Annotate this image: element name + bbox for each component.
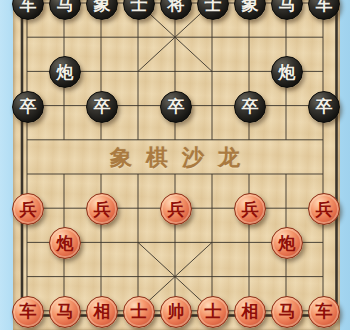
piece-black-soldier[interactable]: 卒 xyxy=(160,91,192,123)
piece-black-elephant[interactable]: 象 xyxy=(234,0,266,20)
piece-red-horse[interactable]: 马 xyxy=(49,296,81,328)
piece-black-elephant[interactable]: 象 xyxy=(86,0,118,20)
piece-red-general[interactable]: 帅 xyxy=(160,296,192,328)
piece-black-advisor[interactable]: 士 xyxy=(123,0,155,20)
pieces-layer: 车马象士将士象马车炮炮卒卒卒卒卒兵兵兵兵兵炮炮车马相士帅士相马车 xyxy=(0,0,350,330)
piece-black-soldier[interactable]: 卒 xyxy=(86,91,118,123)
piece-red-soldier[interactable]: 兵 xyxy=(160,193,192,225)
piece-black-cannon[interactable]: 炮 xyxy=(49,56,81,88)
piece-red-elephant[interactable]: 相 xyxy=(86,296,118,328)
piece-red-soldier[interactable]: 兵 xyxy=(86,193,118,225)
piece-red-cannon[interactable]: 炮 xyxy=(271,227,303,259)
piece-black-advisor[interactable]: 士 xyxy=(197,0,229,20)
piece-red-elephant[interactable]: 相 xyxy=(234,296,266,328)
piece-black-horse[interactable]: 马 xyxy=(271,0,303,20)
piece-red-advisor[interactable]: 士 xyxy=(123,296,155,328)
piece-red-soldier[interactable]: 兵 xyxy=(12,193,44,225)
piece-red-advisor[interactable]: 士 xyxy=(197,296,229,328)
piece-black-soldier[interactable]: 卒 xyxy=(12,91,44,123)
piece-black-chariot[interactable]: 车 xyxy=(308,0,340,20)
piece-red-chariot[interactable]: 车 xyxy=(12,296,44,328)
piece-red-chariot[interactable]: 车 xyxy=(308,296,340,328)
piece-black-horse[interactable]: 马 xyxy=(49,0,81,20)
piece-black-soldier[interactable]: 卒 xyxy=(308,91,340,123)
piece-black-soldier[interactable]: 卒 xyxy=(234,91,266,123)
piece-red-cannon[interactable]: 炮 xyxy=(49,227,81,259)
piece-black-general[interactable]: 将 xyxy=(160,0,192,20)
xiangqi-app: 象棋沙龙 车马象士将士象马车炮炮卒卒卒卒卒兵兵兵兵兵炮炮车马相士帅士相马车 xyxy=(0,0,350,330)
piece-red-soldier[interactable]: 兵 xyxy=(308,193,340,225)
piece-red-horse[interactable]: 马 xyxy=(271,296,303,328)
piece-black-chariot[interactable]: 车 xyxy=(12,0,44,20)
piece-black-cannon[interactable]: 炮 xyxy=(271,56,303,88)
piece-red-soldier[interactable]: 兵 xyxy=(234,193,266,225)
